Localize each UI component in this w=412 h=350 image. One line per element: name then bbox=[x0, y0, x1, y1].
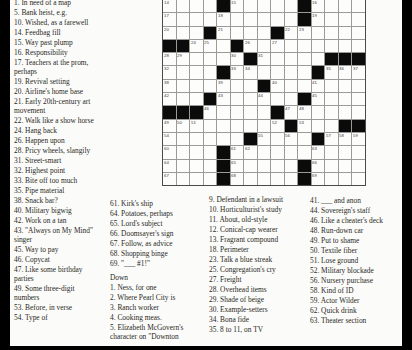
cell-number: 48 bbox=[299, 106, 304, 110]
white-cell[interactable]: 34 bbox=[244, 66, 257, 78]
white-cell[interactable] bbox=[298, 133, 311, 145]
black-cell bbox=[217, 0, 230, 12]
cell-number: 39 bbox=[218, 80, 223, 84]
white-cell[interactable] bbox=[244, 173, 257, 185]
white-cell[interactable]: 42 bbox=[163, 93, 176, 105]
cell-number: 50 bbox=[177, 120, 182, 124]
clue-number: 52. bbox=[310, 266, 319, 275]
white-cell[interactable] bbox=[312, 106, 325, 118]
cell-number: 24 bbox=[191, 40, 196, 44]
white-cell[interactable] bbox=[204, 0, 217, 12]
clue-number: 3. bbox=[110, 303, 116, 312]
clue-number: 61. bbox=[110, 199, 119, 208]
white-cell[interactable] bbox=[204, 66, 217, 78]
clue-number: 49. bbox=[310, 236, 319, 245]
white-cell[interactable]: 37 bbox=[352, 66, 365, 78]
white-cell[interactable] bbox=[190, 160, 203, 172]
white-cell[interactable]: 19 bbox=[312, 13, 325, 25]
cell-number: 56 bbox=[285, 133, 290, 137]
white-cell[interactable]: 67 bbox=[163, 173, 176, 185]
white-cell[interactable]: 57 bbox=[325, 133, 338, 145]
white-cell[interactable] bbox=[204, 133, 217, 145]
white-cell[interactable] bbox=[244, 0, 257, 12]
black-cell bbox=[298, 173, 311, 185]
white-cell[interactable] bbox=[190, 93, 203, 105]
white-cell[interactable]: 68 bbox=[231, 173, 244, 185]
white-cell[interactable] bbox=[217, 40, 230, 52]
white-cell[interactable] bbox=[204, 53, 217, 65]
white-cell[interactable] bbox=[204, 120, 217, 132]
white-cell[interactable]: 59 bbox=[352, 133, 365, 145]
white-cell[interactable]: 66 bbox=[312, 160, 325, 172]
white-cell[interactable]: 50 bbox=[177, 120, 190, 132]
white-cell[interactable] bbox=[258, 106, 271, 118]
white-cell[interactable] bbox=[258, 40, 271, 52]
cell-number: 38 bbox=[164, 80, 169, 84]
white-cell[interactable] bbox=[325, 106, 338, 118]
white-cell[interactable]: 26 bbox=[244, 40, 257, 52]
white-cell[interactable]: 31 bbox=[258, 53, 271, 65]
black-cell bbox=[217, 66, 230, 78]
white-cell[interactable] bbox=[339, 13, 352, 25]
cell-number: 33 bbox=[231, 66, 236, 70]
black-cell bbox=[217, 146, 230, 158]
white-cell[interactable] bbox=[271, 160, 284, 172]
white-cell[interactable] bbox=[177, 160, 190, 172]
white-cell[interactable]: 33 bbox=[231, 66, 244, 78]
cell-number: 34 bbox=[245, 66, 250, 70]
cell-number: 51 bbox=[191, 120, 196, 124]
cell-number: 23 bbox=[299, 27, 304, 31]
white-cell[interactable] bbox=[325, 13, 338, 25]
white-cell[interactable] bbox=[258, 13, 271, 25]
clue-number: 14. bbox=[14, 28, 23, 37]
clue-number: 64. bbox=[110, 209, 119, 218]
white-cell[interactable] bbox=[258, 0, 271, 12]
white-cell[interactable] bbox=[244, 13, 257, 25]
white-cell[interactable]: 15 bbox=[231, 0, 244, 12]
cell-number: 42 bbox=[164, 93, 169, 97]
cell-number: 41 bbox=[312, 80, 317, 84]
white-cell[interactable] bbox=[285, 93, 298, 105]
white-cell[interactable] bbox=[298, 53, 311, 65]
white-cell[interactable] bbox=[177, 27, 190, 39]
white-cell[interactable] bbox=[339, 173, 352, 185]
clue-number: 28. bbox=[209, 285, 218, 294]
cell-number: 55 bbox=[258, 133, 263, 137]
white-cell[interactable] bbox=[231, 133, 244, 145]
clue-number: 5. bbox=[110, 323, 116, 332]
white-cell[interactable] bbox=[204, 173, 217, 185]
black-cell bbox=[298, 0, 311, 12]
white-cell[interactable] bbox=[177, 173, 190, 185]
black-cell bbox=[312, 66, 325, 78]
black-cell bbox=[352, 120, 365, 132]
white-cell[interactable]: 46 bbox=[204, 106, 217, 118]
white-cell[interactable] bbox=[352, 160, 365, 172]
white-cell[interactable] bbox=[312, 40, 325, 52]
white-cell[interactable] bbox=[190, 173, 203, 185]
white-cell[interactable] bbox=[271, 53, 284, 65]
white-cell[interactable] bbox=[285, 0, 298, 12]
white-cell[interactable]: 30 bbox=[231, 53, 244, 65]
white-cell[interactable] bbox=[339, 93, 352, 105]
clue-number: 25. bbox=[209, 265, 218, 274]
white-cell[interactable] bbox=[190, 80, 203, 92]
cell-number: 63 bbox=[312, 146, 317, 150]
white-cell[interactable] bbox=[285, 13, 298, 25]
white-cell[interactable] bbox=[339, 146, 352, 158]
white-cell[interactable] bbox=[258, 160, 271, 172]
clue: 16. Responsibility bbox=[14, 48, 98, 57]
white-cell[interactable] bbox=[285, 53, 298, 65]
white-cell[interactable] bbox=[244, 120, 257, 132]
white-cell[interactable] bbox=[271, 0, 284, 12]
white-cell[interactable]: 22 bbox=[285, 27, 298, 39]
down-header: Down bbox=[110, 273, 205, 282]
clue-number: 46. bbox=[310, 216, 319, 225]
white-cell[interactable] bbox=[339, 80, 352, 92]
clue: 61. Kirk's ship bbox=[110, 199, 205, 208]
clue: 28. Pricy wheels, slangily bbox=[14, 146, 98, 155]
clue-number: 48. bbox=[310, 226, 319, 235]
white-cell[interactable] bbox=[325, 27, 338, 39]
white-cell[interactable] bbox=[231, 120, 244, 132]
white-cell[interactable] bbox=[258, 66, 271, 78]
white-cell[interactable]: 40 bbox=[271, 80, 284, 92]
white-cell[interactable] bbox=[217, 53, 230, 65]
white-cell[interactable] bbox=[271, 13, 284, 25]
white-cell[interactable] bbox=[204, 146, 217, 158]
white-cell[interactable]: 53 bbox=[298, 120, 311, 132]
white-cell[interactable] bbox=[339, 0, 352, 12]
white-cell[interactable] bbox=[177, 0, 190, 12]
white-cell[interactable] bbox=[325, 160, 338, 172]
white-cell[interactable] bbox=[177, 66, 190, 78]
clue: 56. Nursery purchase bbox=[310, 276, 407, 285]
white-cell[interactable] bbox=[352, 0, 365, 12]
white-cell[interactable]: 29 bbox=[177, 53, 190, 65]
clue: 49. Put to shame bbox=[310, 236, 407, 245]
white-cell[interactable]: 21 bbox=[217, 27, 230, 39]
clue-number: 32. bbox=[14, 166, 23, 175]
clue: 30. Example-setters bbox=[209, 305, 306, 314]
clue-number: 22. bbox=[14, 116, 23, 125]
cell-number: 54 bbox=[164, 133, 169, 137]
white-cell[interactable] bbox=[258, 146, 271, 158]
clue-number: 56. bbox=[310, 276, 319, 285]
clue: 27. Freight bbox=[209, 275, 306, 284]
white-cell[interactable] bbox=[190, 13, 203, 25]
clue-number: 65. bbox=[110, 219, 119, 228]
white-cell[interactable]: 58 bbox=[339, 133, 352, 145]
white-cell[interactable] bbox=[298, 146, 311, 158]
white-cell[interactable]: 62 bbox=[244, 146, 257, 158]
cell-number: 26 bbox=[245, 40, 250, 44]
clue: 13. Fragrant compound bbox=[209, 235, 306, 244]
white-cell[interactable] bbox=[231, 13, 244, 25]
white-cell[interactable] bbox=[244, 160, 257, 172]
white-cell[interactable] bbox=[325, 93, 338, 105]
clue-number: 44. bbox=[310, 206, 319, 215]
clue: 20. Airline's home base bbox=[14, 87, 98, 96]
white-cell[interactable] bbox=[244, 27, 257, 39]
clue: 62. Quick drink bbox=[310, 306, 407, 315]
white-cell[interactable] bbox=[204, 13, 217, 25]
white-cell[interactable] bbox=[231, 27, 244, 39]
white-cell[interactable] bbox=[204, 160, 217, 172]
white-cell[interactable] bbox=[285, 160, 298, 172]
white-cell[interactable] bbox=[312, 27, 325, 39]
white-cell[interactable] bbox=[339, 27, 352, 39]
clue: 48. Run-down car bbox=[310, 226, 407, 235]
white-cell[interactable]: 47 bbox=[285, 106, 298, 118]
white-cell[interactable] bbox=[312, 53, 325, 65]
white-cell[interactable] bbox=[271, 133, 284, 145]
white-cell[interactable]: 28 bbox=[163, 53, 176, 65]
clue-number: 21. bbox=[14, 97, 23, 106]
white-cell[interactable]: 20 bbox=[163, 27, 176, 39]
clue-number: 13. bbox=[209, 235, 218, 244]
cell-number: 16 bbox=[312, 0, 317, 4]
clue: 17. Teachers at the prom, perhaps bbox=[14, 58, 98, 76]
white-cell[interactable] bbox=[231, 106, 244, 118]
cell-number: 35 bbox=[326, 66, 331, 70]
clue-number: 62. bbox=[310, 306, 319, 315]
white-cell[interactable] bbox=[339, 160, 352, 172]
clue-number: 54. bbox=[14, 313, 23, 322]
white-cell[interactable] bbox=[271, 146, 284, 158]
white-cell[interactable] bbox=[285, 66, 298, 78]
white-cell[interactable] bbox=[190, 0, 203, 12]
white-cell[interactable] bbox=[325, 0, 338, 12]
clue: 1. Ness, for one bbox=[110, 283, 205, 292]
cell-number: 18 bbox=[218, 13, 223, 17]
white-cell[interactable] bbox=[177, 93, 190, 105]
clue-number: 46. bbox=[14, 255, 23, 264]
white-cell[interactable] bbox=[298, 40, 311, 52]
white-cell[interactable] bbox=[177, 80, 190, 92]
clue: 18. Perimeter bbox=[209, 245, 306, 254]
black-cell bbox=[163, 40, 176, 52]
cell-number: 29 bbox=[177, 53, 182, 57]
white-cell[interactable] bbox=[271, 66, 284, 78]
clue: 22. Walk like a show horse bbox=[14, 116, 98, 125]
white-cell[interactable]: 69 bbox=[312, 173, 325, 185]
white-cell[interactable] bbox=[258, 27, 271, 39]
white-cell[interactable] bbox=[352, 146, 365, 158]
white-cell[interactable] bbox=[190, 27, 203, 39]
white-cell[interactable]: 49 bbox=[163, 120, 176, 132]
white-cell[interactable] bbox=[285, 173, 298, 185]
white-cell[interactable]: 55 bbox=[258, 133, 271, 145]
black-cell bbox=[190, 106, 203, 118]
white-cell[interactable] bbox=[217, 106, 230, 118]
white-cell[interactable] bbox=[190, 133, 203, 145]
down-clues-column-3: 41. ___ and anon44. Sovereign's staff46.… bbox=[310, 196, 407, 326]
white-cell[interactable] bbox=[190, 66, 203, 78]
white-cell[interactable] bbox=[190, 53, 203, 65]
white-cell[interactable] bbox=[352, 173, 365, 185]
white-cell[interactable] bbox=[352, 106, 365, 118]
white-cell[interactable] bbox=[339, 40, 352, 52]
cell-number: 31 bbox=[258, 53, 263, 57]
clue-number: 4. bbox=[110, 313, 116, 322]
white-cell[interactable] bbox=[217, 133, 230, 145]
white-cell[interactable]: 16 bbox=[312, 0, 325, 12]
clue: 42. Work on a tan bbox=[14, 216, 98, 225]
cell-number: 32 bbox=[164, 66, 169, 70]
cell-number: 69 bbox=[312, 173, 317, 177]
clue-number: 68. bbox=[110, 249, 119, 258]
black-cell bbox=[163, 106, 176, 118]
clue: 35. Pipe material bbox=[14, 186, 98, 195]
white-cell[interactable] bbox=[325, 120, 338, 132]
clue: 64. Potatoes, perhaps bbox=[110, 209, 205, 218]
white-cell[interactable] bbox=[177, 146, 190, 158]
clue: 43. "Always on My Mind" singer bbox=[14, 226, 98, 244]
white-cell[interactable] bbox=[231, 93, 244, 105]
white-cell[interactable] bbox=[325, 173, 338, 185]
black-cell bbox=[312, 133, 325, 145]
white-cell[interactable]: 51 bbox=[190, 120, 203, 132]
white-cell[interactable]: 36 bbox=[339, 66, 352, 78]
white-cell[interactable] bbox=[352, 80, 365, 92]
white-cell[interactable]: 18 bbox=[217, 13, 230, 25]
cell-number: 45 bbox=[312, 93, 317, 97]
clue: 54. Type of bbox=[14, 313, 98, 322]
clue: 65. Lord's subject bbox=[110, 219, 205, 228]
white-cell[interactable] bbox=[325, 40, 338, 52]
white-cell[interactable]: 17 bbox=[163, 13, 176, 25]
cell-number: 27 bbox=[272, 40, 277, 44]
clue-number: 66. bbox=[110, 229, 119, 238]
clue: 44. Sovereign's staff bbox=[310, 206, 407, 215]
white-cell[interactable]: 24 bbox=[190, 40, 203, 52]
white-cell[interactable] bbox=[325, 146, 338, 158]
white-cell[interactable]: 54 bbox=[163, 133, 176, 145]
clue-number: 45. bbox=[14, 245, 23, 254]
clue-number: 63. bbox=[310, 316, 319, 325]
white-cell[interactable]: 27 bbox=[271, 40, 284, 52]
cell-number: 58 bbox=[339, 133, 344, 137]
white-cell[interactable]: 52 bbox=[271, 120, 284, 132]
white-cell[interactable]: 60 bbox=[163, 146, 176, 158]
white-cell[interactable]: 39 bbox=[217, 80, 230, 92]
clue: 1. In need of a map bbox=[14, 0, 98, 7]
clue: 46. Like a cheater's deck bbox=[310, 216, 407, 225]
white-cell[interactable]: 44 bbox=[258, 93, 271, 105]
white-cell[interactable] bbox=[244, 93, 257, 105]
cell-number: 25 bbox=[204, 40, 209, 44]
white-cell[interactable] bbox=[285, 146, 298, 158]
clue: 59. Actor Wilder bbox=[310, 296, 407, 305]
clue-number: 49. bbox=[14, 284, 23, 293]
clue-number: 26. bbox=[14, 136, 23, 145]
white-cell[interactable] bbox=[285, 40, 298, 52]
cell-number: 52 bbox=[272, 120, 277, 124]
white-cell[interactable] bbox=[352, 27, 365, 39]
white-cell[interactable]: 63 bbox=[312, 146, 325, 158]
clue-number: 35. bbox=[14, 186, 23, 195]
white-cell[interactable] bbox=[204, 80, 217, 92]
white-cell[interactable] bbox=[177, 133, 190, 145]
white-cell[interactable] bbox=[339, 106, 352, 118]
white-cell[interactable]: 23 bbox=[298, 27, 311, 39]
white-cell[interactable]: 14 bbox=[163, 0, 176, 12]
white-cell[interactable] bbox=[352, 13, 365, 25]
black-cell bbox=[339, 120, 352, 132]
down-clues-column-2: 9. Defendant in a lawsuit10. Horticultur… bbox=[209, 195, 306, 335]
white-cell[interactable] bbox=[312, 120, 325, 132]
across-end-and-down-start-column: 61. Kirk's ship64. Potatoes, perhaps65. … bbox=[110, 199, 205, 342]
white-cell[interactable] bbox=[190, 146, 203, 158]
white-cell[interactable]: 25 bbox=[204, 40, 217, 52]
white-cell[interactable] bbox=[298, 80, 311, 92]
white-cell[interactable] bbox=[298, 66, 311, 78]
cell-number: 19 bbox=[312, 13, 317, 17]
white-cell[interactable]: 41 bbox=[312, 80, 325, 92]
clue: 66. Doomsayer's sign bbox=[110, 229, 205, 238]
white-cell[interactable]: 45 bbox=[312, 93, 325, 105]
white-cell[interactable]: 61 bbox=[231, 146, 244, 158]
black-cell bbox=[204, 93, 217, 105]
white-cell[interactable] bbox=[352, 93, 365, 105]
white-cell[interactable] bbox=[271, 173, 284, 185]
white-cell[interactable] bbox=[177, 13, 190, 25]
white-cell[interactable] bbox=[258, 120, 271, 132]
white-cell[interactable]: 32 bbox=[163, 66, 176, 78]
clue-number: 15. bbox=[14, 38, 23, 47]
clue: 11. About, old-style bbox=[209, 215, 306, 224]
clue-number: 1. bbox=[110, 283, 116, 292]
cell-number: 36 bbox=[339, 66, 344, 70]
cell-number: 49 bbox=[164, 120, 169, 124]
black-cell bbox=[177, 40, 190, 52]
white-cell[interactable] bbox=[258, 173, 271, 185]
clue: 68. Shopping binge bbox=[110, 249, 205, 258]
clue: 15. Way past plump bbox=[14, 38, 98, 47]
white-cell[interactable]: 65 bbox=[231, 160, 244, 172]
black-cell bbox=[325, 53, 338, 65]
clue: 5. Elizabeth McGovern's character on "Do… bbox=[110, 323, 205, 341]
white-cell[interactable] bbox=[244, 106, 257, 118]
puzzle-page: 1415161718192021222324252627282930313233… bbox=[0, 0, 412, 350]
white-cell[interactable] bbox=[231, 80, 244, 92]
white-cell[interactable] bbox=[271, 93, 284, 105]
clue: 52. Military blockade bbox=[310, 266, 407, 275]
cell-number: 64 bbox=[164, 160, 169, 164]
white-cell[interactable] bbox=[244, 80, 257, 92]
white-cell[interactable]: 38 bbox=[163, 80, 176, 92]
white-cell[interactable]: 64 bbox=[163, 160, 176, 172]
white-cell[interactable]: 56 bbox=[285, 133, 298, 145]
white-cell[interactable]: 43 bbox=[217, 93, 230, 105]
clue-number: 11. bbox=[209, 215, 218, 224]
black-cell bbox=[298, 160, 311, 172]
white-cell[interactable] bbox=[352, 40, 365, 52]
clue: 12. Conical-cap wearer bbox=[209, 225, 306, 234]
cell-number: 14 bbox=[164, 0, 169, 4]
white-cell[interactable] bbox=[325, 80, 338, 92]
white-cell[interactable]: 35 bbox=[325, 66, 338, 78]
clue: 40. Military bigwig bbox=[14, 206, 98, 215]
white-cell[interactable] bbox=[285, 80, 298, 92]
white-cell[interactable]: 48 bbox=[298, 106, 311, 118]
clue: 33. Bite off too much bbox=[14, 176, 98, 185]
white-cell[interactable] bbox=[217, 120, 230, 132]
clue: 31. Street-smart bbox=[14, 156, 98, 165]
